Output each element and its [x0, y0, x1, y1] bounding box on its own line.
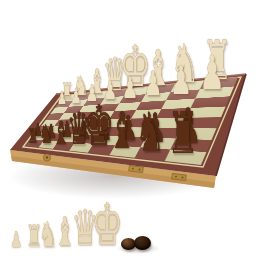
brass-clasp	[43, 154, 50, 161]
brass-hinge	[129, 165, 144, 172]
board-square	[186, 107, 226, 118]
chess-set-photo: ♜♞♝♛♚♝♞♜♟♟♟♟♟♟♟♟♟♟♟♟♟♟♟♟♜♞♝♛♚♝♞♜ ♟♜♞♝♛♚	[0, 0, 260, 260]
board-square	[181, 117, 221, 128]
brass-hinge	[172, 173, 187, 180]
